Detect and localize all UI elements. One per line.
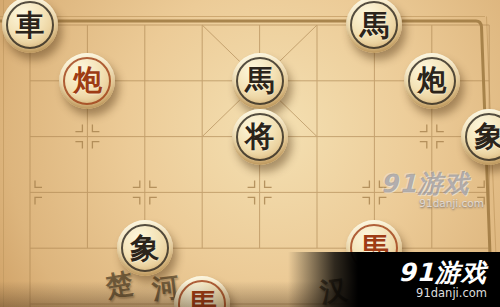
watermark-title: 91游戏	[366, 171, 484, 196]
black-horse[interactable]: 馬	[346, 0, 402, 53]
black-elephant[interactable]: 象	[117, 220, 173, 276]
piece-ring	[408, 57, 456, 105]
piece-ring	[63, 57, 111, 105]
piece-ring	[236, 113, 284, 161]
red-cannon[interactable]: 炮	[59, 53, 115, 109]
xiangqi-game-screenshot: 楚 河 汉 界 車 馬 炮 馬 炮 将 象 象 馬	[0, 0, 500, 307]
site-banner: 91游戏 91danji.com	[288, 252, 500, 307]
piece-ring	[350, 1, 398, 49]
black-elephant[interactable]: 象	[461, 109, 500, 165]
black-chariot[interactable]: 車	[2, 0, 58, 53]
black-horse[interactable]: 馬	[232, 53, 288, 109]
piece-ring	[465, 113, 500, 161]
piece-ring	[121, 224, 169, 272]
site-watermark: 91游戏 91danji.com	[366, 171, 484, 209]
black-general[interactable]: 将	[232, 109, 288, 165]
banner-logo: 91游戏	[398, 260, 487, 285]
black-cannon[interactable]: 炮	[404, 53, 460, 109]
piece-ring	[236, 57, 284, 105]
watermark-domain: 91danji.com	[366, 198, 484, 209]
banner-domain: 91danji.com	[416, 288, 487, 300]
piece-ring	[6, 1, 54, 49]
